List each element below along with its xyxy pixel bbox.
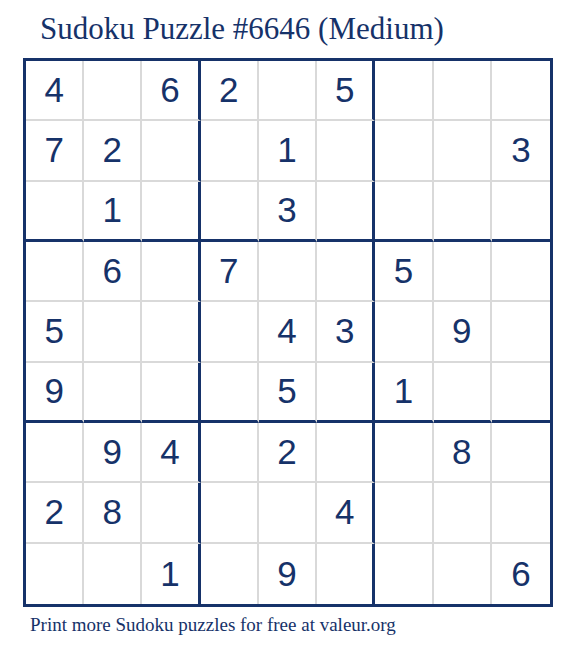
- sudoku-cell: 2: [201, 61, 259, 121]
- sudoku-cell: 8: [84, 483, 142, 543]
- sudoku-cell: 4: [259, 302, 317, 362]
- sudoku-cell: [317, 242, 375, 302]
- sudoku-cell: 5: [317, 61, 375, 121]
- sudoku-cell: 7: [26, 121, 84, 181]
- sudoku-cell: [84, 363, 142, 423]
- sudoku-cell: 8: [434, 423, 492, 483]
- sudoku-cell: [317, 423, 375, 483]
- sudoku-cell: [375, 121, 433, 181]
- sudoku-cell: [492, 363, 550, 423]
- sudoku-cell: [201, 544, 259, 604]
- sudoku-cell: [492, 302, 550, 362]
- sudoku-cell: 9: [84, 423, 142, 483]
- footer-text: Print more Sudoku puzzles for free at va…: [30, 614, 396, 636]
- sudoku-cell: [142, 363, 200, 423]
- sudoku-cell: [375, 302, 433, 362]
- sudoku-cell: 2: [259, 423, 317, 483]
- sudoku-cell: [375, 483, 433, 543]
- sudoku-cell: 6: [84, 242, 142, 302]
- sudoku-cell: 4: [142, 423, 200, 483]
- sudoku-cell: [259, 61, 317, 121]
- sudoku-cell: [142, 242, 200, 302]
- sudoku-cell: 1: [259, 121, 317, 181]
- sudoku-cell: [84, 544, 142, 604]
- sudoku-cell: [375, 544, 433, 604]
- sudoku-cell: [201, 121, 259, 181]
- sudoku-cell: [434, 61, 492, 121]
- sudoku-cell: 6: [492, 544, 550, 604]
- sudoku-cell: [317, 121, 375, 181]
- sudoku-cell: [317, 544, 375, 604]
- sudoku-cell: 9: [26, 363, 84, 423]
- sudoku-cell: 3: [259, 182, 317, 242]
- sudoku-cell: [375, 182, 433, 242]
- sudoku-cell: [317, 363, 375, 423]
- sudoku-cell: [201, 483, 259, 543]
- sudoku-cell: [26, 423, 84, 483]
- sudoku-cell: [434, 242, 492, 302]
- sudoku-cell: 3: [317, 302, 375, 362]
- sudoku-cell: 6: [142, 61, 200, 121]
- sudoku-cell: 3: [492, 121, 550, 181]
- sudoku-cell: [259, 242, 317, 302]
- sudoku-cell: [492, 242, 550, 302]
- sudoku-cell: [375, 423, 433, 483]
- sudoku-cell: [434, 544, 492, 604]
- sudoku-board: 462572131367554399519428284196: [23, 58, 553, 607]
- sudoku-cell: [434, 483, 492, 543]
- sudoku-cell: 5: [26, 302, 84, 362]
- sudoku-cell: 4: [317, 483, 375, 543]
- sudoku-cell: 5: [375, 242, 433, 302]
- sudoku-cell: [201, 423, 259, 483]
- sudoku-cell: [26, 242, 84, 302]
- sudoku-cell: [142, 302, 200, 362]
- sudoku-cell: [434, 121, 492, 181]
- sudoku-cell: [492, 61, 550, 121]
- sudoku-cell: [26, 544, 84, 604]
- sudoku-cell: [434, 363, 492, 423]
- sudoku-cell: 2: [26, 483, 84, 543]
- sudoku-cell: 7: [201, 242, 259, 302]
- sudoku-cell: [142, 121, 200, 181]
- sudoku-cell: 2: [84, 121, 142, 181]
- sudoku-sheet: Sudoku Puzzle #6646 (Medium) 46257213136…: [0, 0, 574, 651]
- sudoku-cell: [84, 61, 142, 121]
- sudoku-cell: [84, 302, 142, 362]
- sudoku-cell: 5: [259, 363, 317, 423]
- sudoku-cell: [26, 182, 84, 242]
- sudoku-cell: [492, 182, 550, 242]
- sudoku-cell: 4: [26, 61, 84, 121]
- sudoku-cell: [142, 182, 200, 242]
- page-title: Sudoku Puzzle #6646 (Medium): [40, 12, 444, 46]
- sudoku-cell: [317, 182, 375, 242]
- sudoku-cell: 9: [259, 544, 317, 604]
- sudoku-cell: [201, 363, 259, 423]
- sudoku-cell: 9: [434, 302, 492, 362]
- sudoku-cell: 1: [142, 544, 200, 604]
- sudoku-cell: [201, 302, 259, 362]
- sudoku-cell: 1: [375, 363, 433, 423]
- sudoku-cell: 1: [84, 182, 142, 242]
- sudoku-cell: [142, 483, 200, 543]
- sudoku-cell: [434, 182, 492, 242]
- sudoku-cell: [492, 483, 550, 543]
- sudoku-cell: [375, 61, 433, 121]
- sudoku-cell: [492, 423, 550, 483]
- sudoku-cell: [259, 483, 317, 543]
- sudoku-cell: [201, 182, 259, 242]
